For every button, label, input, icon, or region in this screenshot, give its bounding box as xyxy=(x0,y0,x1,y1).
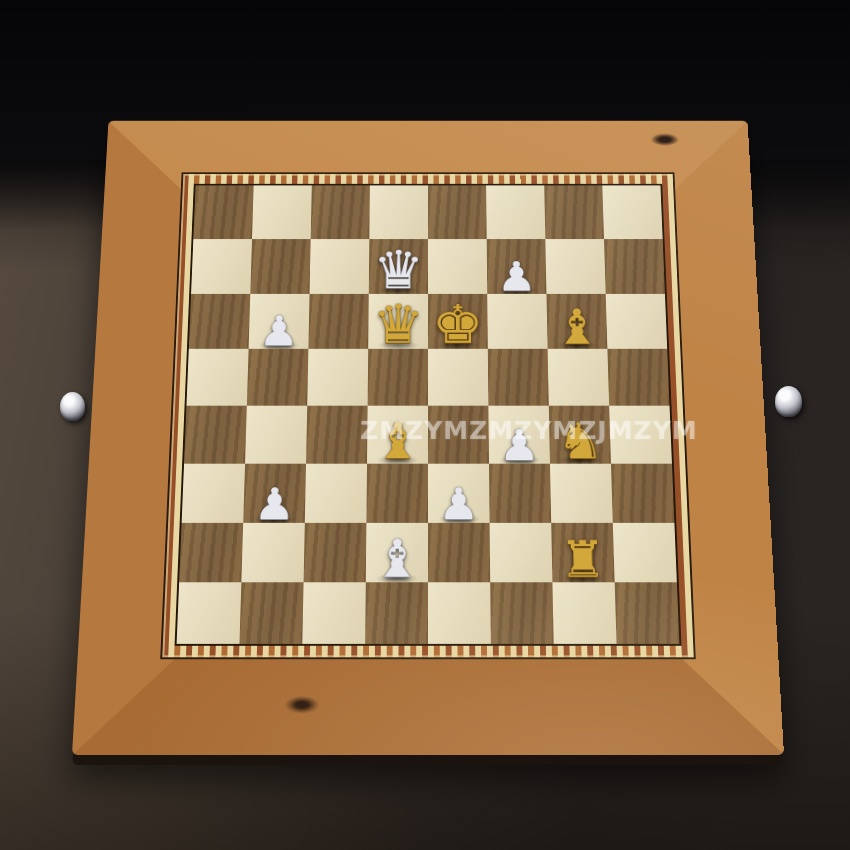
square-c8 xyxy=(311,185,370,238)
right-drawer-knob xyxy=(775,386,802,417)
square-a2 xyxy=(179,522,243,582)
square-h8 xyxy=(602,185,662,238)
square-h3 xyxy=(611,463,674,522)
piece-gold-knight: ♞ xyxy=(556,416,605,466)
square-f7: ♟ xyxy=(487,239,547,294)
square-c6 xyxy=(308,293,368,349)
left-drawer-knob xyxy=(60,392,85,421)
square-e5 xyxy=(428,349,488,406)
piece-silver-bishop: ♝ xyxy=(372,533,421,585)
square-e4 xyxy=(428,406,489,464)
piece-silver-pawn: ♟ xyxy=(438,481,480,525)
square-g5 xyxy=(548,349,610,406)
square-d3 xyxy=(366,463,428,522)
square-h4 xyxy=(609,406,672,464)
square-b6: ♟ xyxy=(249,293,310,349)
piece-gold-king: ♚ xyxy=(432,298,484,351)
square-f6 xyxy=(487,293,547,349)
square-a6 xyxy=(189,293,251,349)
square-f4: ♟ xyxy=(488,406,550,464)
square-d1 xyxy=(365,583,428,644)
square-e1 xyxy=(428,583,491,644)
square-h7 xyxy=(604,239,665,294)
square-d6: ♛ xyxy=(368,293,428,349)
square-e6: ♚ xyxy=(428,293,488,349)
square-e3: ♟ xyxy=(428,463,490,522)
piece-gold-bishop: ♝ xyxy=(374,416,422,466)
square-c7 xyxy=(310,239,370,294)
square-f1 xyxy=(490,583,553,644)
square-d4: ♝ xyxy=(367,406,428,464)
chess-board-wrap: ♛♟♟♛♚♝♝♟♞♟♟♝♜ xyxy=(72,43,784,755)
square-f3 xyxy=(489,463,551,522)
square-c1 xyxy=(302,583,365,644)
square-f2 xyxy=(490,522,553,582)
square-f5 xyxy=(488,349,549,406)
square-g6: ♝ xyxy=(546,293,607,349)
piece-gold-queen: ♛ xyxy=(372,298,424,351)
board-grid: ♛♟♟♛♚♝♝♟♞♟♟♝♜ xyxy=(175,184,682,646)
square-c4 xyxy=(306,406,368,464)
square-e7 xyxy=(428,239,487,294)
square-d8 xyxy=(369,185,428,238)
square-a1 xyxy=(177,583,242,644)
square-a5 xyxy=(186,349,248,406)
mosaic-inlay-border: ♛♟♟♛♚♝♝♟♞♟♟♝♜ xyxy=(160,172,696,659)
square-c3 xyxy=(305,463,367,522)
piece-silver-pawn: ♟ xyxy=(498,423,540,466)
square-d2: ♝ xyxy=(366,522,428,582)
square-d7: ♛ xyxy=(369,239,428,294)
square-f8 xyxy=(486,185,545,238)
square-a8 xyxy=(193,185,253,238)
square-g2: ♜ xyxy=(551,522,614,582)
square-b8 xyxy=(252,185,312,238)
piece-silver-queen: ♛ xyxy=(373,244,425,296)
piece-gold-rook: ♜ xyxy=(559,535,607,585)
square-b1 xyxy=(239,583,303,644)
square-b5 xyxy=(247,349,309,406)
square-h2 xyxy=(613,522,677,582)
square-g7 xyxy=(545,239,605,294)
scene: ♛♟♟♛♚♝♝♟♞♟♟♝♜ ZMZYMZMZYMZJMZYM xyxy=(0,0,850,850)
square-g3 xyxy=(550,463,613,522)
piece-gold-bishop: ♝ xyxy=(553,303,601,351)
square-b4 xyxy=(245,406,307,464)
square-b3: ♟ xyxy=(243,463,306,522)
square-d5 xyxy=(368,349,428,406)
square-a3 xyxy=(182,463,245,522)
square-e8 xyxy=(428,185,487,238)
square-g4: ♞ xyxy=(549,406,611,464)
square-b7 xyxy=(250,239,310,294)
square-a4 xyxy=(184,406,247,464)
wood-knot xyxy=(651,134,679,146)
square-c5 xyxy=(307,349,368,406)
piece-silver-pawn: ♟ xyxy=(258,310,299,351)
wood-knot xyxy=(285,696,319,714)
chess-board: ♛♟♟♛♚♝♝♟♞♟♟♝♜ xyxy=(72,121,784,755)
square-a7 xyxy=(191,239,252,294)
piece-silver-pawn: ♟ xyxy=(496,255,536,296)
piece-silver-pawn: ♟ xyxy=(253,481,295,525)
square-h1 xyxy=(615,583,680,644)
square-c2 xyxy=(304,522,367,582)
square-b2 xyxy=(241,522,304,582)
square-g1 xyxy=(552,583,616,644)
square-e2 xyxy=(428,522,490,582)
square-h6 xyxy=(606,293,668,349)
square-g8 xyxy=(544,185,604,238)
square-h5 xyxy=(607,349,669,406)
